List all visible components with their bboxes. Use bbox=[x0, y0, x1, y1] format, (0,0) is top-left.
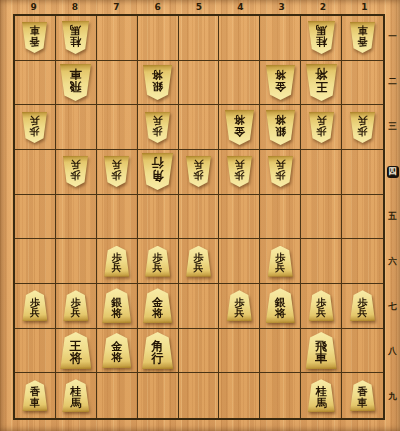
piece-wrap: 金将 bbox=[219, 105, 259, 149]
piece-kanji: 兵 bbox=[153, 115, 163, 125]
cell-8六[interactable] bbox=[56, 239, 97, 284]
cell-2六[interactable] bbox=[301, 239, 342, 284]
cell-3五[interactable] bbox=[260, 195, 301, 240]
gote-piece-歩兵[interactable]: 歩兵 bbox=[227, 156, 252, 187]
cell-9二[interactable] bbox=[15, 61, 56, 106]
piece-kanji: 歩 bbox=[193, 170, 203, 180]
piece-kanji: 歩 bbox=[275, 170, 285, 180]
cell-2四[interactable] bbox=[301, 150, 342, 195]
piece-wrap: 桂馬 bbox=[301, 16, 341, 60]
cell-8九[interactable]: 桂馬 bbox=[56, 373, 97, 418]
cell-9九[interactable]: 香車 bbox=[15, 373, 56, 418]
piece-kanji: 兵 bbox=[275, 263, 285, 273]
cell-6二[interactable]: 銀将 bbox=[138, 61, 179, 106]
piece-kanji: 金 bbox=[234, 125, 245, 136]
cell-7一[interactable] bbox=[97, 16, 138, 61]
cell-7六[interactable]: 歩兵 bbox=[97, 239, 138, 284]
gote-piece-歩兵[interactable]: 歩兵 bbox=[268, 156, 293, 187]
cell-6五[interactable] bbox=[138, 195, 179, 240]
cell-8三[interactable] bbox=[56, 105, 97, 150]
piece-wrap: 桂馬 bbox=[56, 373, 96, 418]
cell-9三[interactable]: 歩兵 bbox=[15, 105, 56, 150]
cell-9五[interactable] bbox=[15, 195, 56, 240]
piece-wrap: 桂馬 bbox=[301, 373, 341, 418]
piece-kanji: 桂 bbox=[70, 36, 81, 47]
piece-wrap: 銀将 bbox=[138, 61, 178, 105]
cell-1四[interactable] bbox=[342, 150, 383, 195]
piece-kanji: 金 bbox=[275, 80, 286, 91]
file-label-8: 8 bbox=[54, 0, 95, 14]
piece-wrap: 歩兵 bbox=[138, 105, 178, 149]
rank-label-五: 五 bbox=[385, 194, 400, 239]
piece-kanji: 歩 bbox=[234, 170, 244, 180]
sente-piece-金将[interactable]: 金将 bbox=[102, 333, 131, 368]
gote-piece-銀将[interactable]: 銀将 bbox=[266, 110, 295, 145]
piece-wrap: 歩兵 bbox=[138, 239, 178, 283]
sente-piece-香車[interactable]: 香車 bbox=[22, 380, 47, 411]
cell-5九[interactable] bbox=[179, 373, 220, 418]
cell-2七[interactable]: 歩兵 bbox=[301, 284, 342, 329]
cell-9一[interactable]: 香車 bbox=[15, 16, 56, 61]
piece-kanji: 飛 bbox=[70, 80, 82, 92]
cell-1七[interactable]: 歩兵 bbox=[342, 284, 383, 329]
piece-kanji: 車 bbox=[358, 26, 368, 36]
piece-kanji: 銀 bbox=[275, 125, 286, 136]
piece-kanji: 車 bbox=[30, 26, 40, 36]
piece-wrap: 歩兵 bbox=[342, 105, 383, 149]
piece-kanji: 兵 bbox=[71, 308, 81, 318]
file-label-4: 4 bbox=[220, 0, 261, 14]
piece-wrap: 銀将 bbox=[97, 284, 137, 328]
gote-piece-香車[interactable]: 香車 bbox=[22, 22, 47, 53]
gote-piece-歩兵[interactable]: 歩兵 bbox=[309, 112, 334, 143]
cell-1九[interactable]: 香車 bbox=[342, 373, 383, 418]
cell-8四[interactable]: 歩兵 bbox=[56, 150, 97, 195]
cell-7二[interactable] bbox=[97, 61, 138, 106]
cell-8二[interactable]: 飛車 bbox=[56, 61, 97, 106]
piece-kanji: 将 bbox=[111, 352, 122, 363]
cell-2二[interactable]: 王将 bbox=[301, 61, 342, 106]
cell-1五[interactable] bbox=[342, 195, 383, 240]
gote-piece-歩兵[interactable]: 歩兵 bbox=[104, 156, 129, 187]
sente-piece-歩兵[interactable]: 歩兵 bbox=[22, 290, 47, 321]
piece-kanji: 将 bbox=[275, 69, 286, 80]
piece-kanji: 将 bbox=[70, 352, 82, 364]
piece-kanji: 馬 bbox=[70, 25, 81, 36]
cell-2一[interactable]: 桂馬 bbox=[301, 16, 342, 61]
piece-wrap: 飛車 bbox=[56, 61, 96, 105]
piece-wrap: 王将 bbox=[56, 329, 96, 373]
piece-kanji: 歩 bbox=[358, 125, 368, 135]
sente-piece-桂馬[interactable]: 桂馬 bbox=[62, 379, 89, 412]
cell-5八[interactable] bbox=[179, 329, 220, 374]
gote-piece-銀将[interactable]: 銀将 bbox=[143, 65, 172, 100]
cell-5六[interactable]: 歩兵 bbox=[179, 239, 220, 284]
piece-kanji: 将 bbox=[315, 68, 327, 80]
rank-labels: 一二三四五六七八九 bbox=[385, 14, 400, 420]
cell-2八[interactable]: 飛車 bbox=[301, 329, 342, 374]
gote-piece-歩兵[interactable]: 歩兵 bbox=[350, 112, 375, 143]
piece-kanji: 王 bbox=[315, 80, 327, 92]
piece-kanji: 兵 bbox=[30, 115, 40, 125]
piece-wrap: 金将 bbox=[260, 61, 300, 105]
gote-piece-香車[interactable]: 香車 bbox=[350, 22, 375, 53]
piece-wrap: 歩兵 bbox=[260, 150, 300, 194]
piece-wrap: 銀将 bbox=[260, 284, 300, 328]
cell-6四[interactable]: 角行 bbox=[138, 150, 179, 195]
piece-kanji: 兵 bbox=[358, 308, 368, 318]
piece-wrap: 歩兵 bbox=[97, 239, 137, 283]
cell-6一[interactable] bbox=[138, 16, 179, 61]
piece-kanji: 兵 bbox=[275, 160, 285, 170]
cell-1八[interactable] bbox=[342, 329, 383, 374]
cell-4四[interactable]: 歩兵 bbox=[219, 150, 260, 195]
piece-wrap: 歩兵 bbox=[97, 150, 137, 194]
piece-wrap: 香車 bbox=[15, 373, 55, 418]
piece-kanji: 歩 bbox=[153, 125, 163, 135]
piece-wrap: 歩兵 bbox=[342, 284, 383, 328]
gote-piece-歩兵[interactable]: 歩兵 bbox=[145, 112, 170, 143]
rank-label-一: 一 bbox=[385, 14, 400, 59]
cell-9四[interactable] bbox=[15, 150, 56, 195]
piece-wrap: 王将 bbox=[301, 61, 341, 105]
cell-5七[interactable] bbox=[179, 284, 220, 329]
gote-piece-歩兵[interactable]: 歩兵 bbox=[186, 156, 211, 187]
sente-piece-飛車[interactable]: 飛車 bbox=[306, 332, 337, 369]
piece-wrap: 香車 bbox=[15, 16, 55, 60]
sente-piece-香車[interactable]: 香車 bbox=[350, 380, 375, 411]
piece-wrap: 香車 bbox=[342, 373, 383, 418]
cell-8八[interactable]: 王将 bbox=[56, 329, 97, 374]
piece-wrap: 歩兵 bbox=[219, 284, 259, 328]
file-label-6: 6 bbox=[137, 0, 178, 14]
piece-kanji: 兵 bbox=[234, 308, 244, 318]
rank-label-六: 六 bbox=[385, 240, 400, 285]
cell-4二[interactable] bbox=[219, 61, 260, 106]
shogi-app: 987654321 一二三四五六七八九 香車桂馬桂馬香車飛車銀将金将王将歩兵歩兵… bbox=[0, 0, 400, 431]
piece-wrap: 金将 bbox=[138, 284, 178, 328]
piece-kanji: 歩 bbox=[316, 125, 326, 135]
gote-piece-金将[interactable]: 金将 bbox=[266, 65, 295, 100]
piece-kanji: 将 bbox=[152, 69, 163, 80]
piece-wrap: 金将 bbox=[97, 329, 137, 373]
rank-label-三: 三 bbox=[385, 104, 400, 149]
gote-piece-歩兵[interactable]: 歩兵 bbox=[63, 156, 88, 187]
rank-label-四: 四 bbox=[385, 149, 400, 194]
shogi-board[interactable]: 香車桂馬桂馬香車飛車銀将金将王将歩兵歩兵金将銀将歩兵歩兵歩兵歩兵角行歩兵歩兵歩兵… bbox=[13, 14, 385, 420]
piece-kanji: 馬 bbox=[316, 398, 327, 409]
cell-3二[interactable]: 金将 bbox=[260, 61, 301, 106]
piece-wrap: 歩兵 bbox=[219, 150, 259, 194]
cell-1二[interactable] bbox=[342, 61, 383, 106]
piece-kanji: 将 bbox=[275, 114, 286, 125]
rank-label-badge: 四 bbox=[387, 166, 399, 178]
cell-4九[interactable] bbox=[219, 373, 260, 418]
file-label-1: 1 bbox=[344, 0, 385, 14]
piece-wrap: 歩兵 bbox=[179, 150, 219, 194]
sente-piece-金将[interactable]: 金将 bbox=[143, 288, 172, 323]
cell-9八[interactable] bbox=[15, 329, 56, 374]
piece-kanji: 桂 bbox=[316, 36, 327, 47]
file-label-5: 5 bbox=[178, 0, 219, 14]
piece-kanji: 行 bbox=[152, 158, 164, 170]
cell-8五[interactable] bbox=[56, 195, 97, 240]
cell-7八[interactable]: 金将 bbox=[97, 329, 138, 374]
sente-piece-銀将[interactable]: 銀将 bbox=[102, 288, 131, 323]
file-label-9: 9 bbox=[13, 0, 54, 14]
piece-wrap: 歩兵 bbox=[179, 239, 219, 283]
cell-3七[interactable]: 銀将 bbox=[260, 284, 301, 329]
sente-piece-歩兵[interactable]: 歩兵 bbox=[227, 290, 252, 321]
cell-4六[interactable] bbox=[219, 239, 260, 284]
piece-kanji: 兵 bbox=[112, 263, 122, 273]
sente-piece-歩兵[interactable]: 歩兵 bbox=[268, 246, 293, 277]
cell-4一[interactable] bbox=[219, 16, 260, 61]
cell-3六[interactable]: 歩兵 bbox=[260, 239, 301, 284]
piece-kanji: 歩 bbox=[30, 125, 40, 135]
piece-wrap: 歩兵 bbox=[15, 105, 55, 149]
cell-4七[interactable]: 歩兵 bbox=[219, 284, 260, 329]
cell-3三[interactable]: 銀将 bbox=[260, 105, 301, 150]
cell-5三[interactable] bbox=[179, 105, 220, 150]
cell-5二[interactable] bbox=[179, 61, 220, 106]
cell-5一[interactable] bbox=[179, 16, 220, 61]
cell-8一[interactable]: 桂馬 bbox=[56, 16, 97, 61]
cell-2五[interactable] bbox=[301, 195, 342, 240]
piece-kanji: 兵 bbox=[112, 160, 122, 170]
piece-kanji: 歩 bbox=[112, 170, 122, 180]
piece-kanji: 兵 bbox=[193, 263, 203, 273]
piece-kanji: 兵 bbox=[358, 115, 368, 125]
cell-8七[interactable]: 歩兵 bbox=[56, 284, 97, 329]
sente-piece-角行[interactable]: 角行 bbox=[142, 332, 173, 369]
sente-piece-歩兵[interactable]: 歩兵 bbox=[186, 246, 211, 277]
gote-piece-角行[interactable]: 角行 bbox=[142, 153, 173, 190]
cell-7五[interactable] bbox=[97, 195, 138, 240]
rank-label-八: 八 bbox=[385, 330, 400, 375]
rank-label-七: 七 bbox=[385, 285, 400, 330]
piece-kanji: 桂 bbox=[70, 386, 81, 397]
cell-9七[interactable]: 歩兵 bbox=[15, 284, 56, 329]
cell-3九[interactable] bbox=[260, 373, 301, 418]
piece-kanji: 香 bbox=[30, 36, 40, 46]
cell-6六[interactable]: 歩兵 bbox=[138, 239, 179, 284]
cell-3四[interactable]: 歩兵 bbox=[260, 150, 301, 195]
piece-wrap: 歩兵 bbox=[301, 105, 341, 149]
cell-1三[interactable]: 歩兵 bbox=[342, 105, 383, 150]
piece-wrap: 角行 bbox=[138, 329, 178, 373]
piece-kanji: 兵 bbox=[71, 160, 81, 170]
piece-wrap: 歩兵 bbox=[56, 284, 96, 328]
piece-wrap: 歩兵 bbox=[260, 239, 300, 283]
sente-piece-王将[interactable]: 王将 bbox=[60, 332, 91, 369]
sente-piece-歩兵[interactable]: 歩兵 bbox=[350, 290, 375, 321]
cell-6九[interactable] bbox=[138, 373, 179, 418]
piece-kanji: 兵 bbox=[316, 115, 326, 125]
piece-kanji: 兵 bbox=[316, 308, 326, 318]
rank-label-九: 九 bbox=[385, 375, 400, 420]
gote-piece-歩兵[interactable]: 歩兵 bbox=[22, 112, 47, 143]
piece-wrap: 香車 bbox=[342, 16, 383, 60]
cell-6八[interactable]: 角行 bbox=[138, 329, 179, 374]
piece-wrap: 歩兵 bbox=[301, 284, 341, 328]
piece-wrap: 歩兵 bbox=[56, 150, 96, 194]
cell-4八[interactable] bbox=[219, 329, 260, 374]
piece-kanji: 車 bbox=[70, 68, 82, 80]
file-label-3: 3 bbox=[261, 0, 302, 14]
cell-3八[interactable] bbox=[260, 329, 301, 374]
cell-7七[interactable]: 銀将 bbox=[97, 284, 138, 329]
cell-1六[interactable] bbox=[342, 239, 383, 284]
cell-7九[interactable] bbox=[97, 373, 138, 418]
sente-piece-歩兵[interactable]: 歩兵 bbox=[63, 290, 88, 321]
piece-kanji: 車 bbox=[358, 398, 368, 408]
cell-5四[interactable]: 歩兵 bbox=[179, 150, 220, 195]
piece-kanji: 将 bbox=[152, 308, 163, 319]
sente-piece-歩兵[interactable]: 歩兵 bbox=[104, 246, 129, 277]
piece-kanji: 車 bbox=[315, 352, 327, 364]
sente-piece-歩兵[interactable]: 歩兵 bbox=[145, 246, 170, 277]
piece-kanji: 兵 bbox=[234, 160, 244, 170]
gote-piece-飛車[interactable]: 飛車 bbox=[60, 64, 91, 101]
piece-kanji: 角 bbox=[152, 170, 164, 182]
cell-4五[interactable] bbox=[219, 195, 260, 240]
piece-kanji: 銀 bbox=[152, 80, 163, 91]
piece-kanji: 将 bbox=[111, 308, 122, 319]
cell-6三[interactable]: 歩兵 bbox=[138, 105, 179, 150]
sente-piece-歩兵[interactable]: 歩兵 bbox=[309, 290, 334, 321]
piece-kanji: 将 bbox=[234, 114, 245, 125]
cell-6七[interactable]: 金将 bbox=[138, 284, 179, 329]
cell-2九[interactable]: 桂馬 bbox=[301, 373, 342, 418]
piece-kanji: 歩 bbox=[71, 170, 81, 180]
rank-label-二: 二 bbox=[385, 59, 400, 104]
gote-piece-王将[interactable]: 王将 bbox=[306, 64, 337, 101]
gote-piece-桂馬[interactable]: 桂馬 bbox=[308, 21, 335, 54]
piece-kanji: 馬 bbox=[316, 25, 327, 36]
piece-kanji: 馬 bbox=[70, 398, 81, 409]
piece-kanji: 兵 bbox=[30, 308, 40, 318]
sente-piece-銀将[interactable]: 銀将 bbox=[266, 288, 295, 323]
gote-piece-桂馬[interactable]: 桂馬 bbox=[62, 21, 89, 54]
piece-wrap: 飛車 bbox=[301, 329, 341, 373]
cell-2三[interactable]: 歩兵 bbox=[301, 105, 342, 150]
cell-9六[interactable] bbox=[15, 239, 56, 284]
piece-kanji: 車 bbox=[30, 398, 40, 408]
piece-kanji: 将 bbox=[275, 308, 286, 319]
cell-1一[interactable]: 香車 bbox=[342, 16, 383, 61]
sente-piece-桂馬[interactable]: 桂馬 bbox=[308, 379, 335, 412]
cell-7三[interactable] bbox=[97, 105, 138, 150]
cell-5五[interactable] bbox=[179, 195, 220, 240]
cell-7四[interactable]: 歩兵 bbox=[97, 150, 138, 195]
file-labels: 987654321 bbox=[13, 0, 385, 14]
piece-wrap: 歩兵 bbox=[15, 284, 55, 328]
file-label-2: 2 bbox=[302, 0, 343, 14]
piece-kanji: 桂 bbox=[316, 386, 327, 397]
piece-kanji: 香 bbox=[358, 36, 368, 46]
piece-wrap: 銀将 bbox=[260, 105, 300, 149]
cell-4三[interactable]: 金将 bbox=[219, 105, 260, 150]
file-label-7: 7 bbox=[96, 0, 137, 14]
piece-kanji: 兵 bbox=[193, 160, 203, 170]
piece-kanji: 行 bbox=[152, 352, 164, 364]
piece-wrap: 角行 bbox=[138, 150, 178, 194]
piece-wrap: 桂馬 bbox=[56, 16, 96, 60]
gote-piece-金将[interactable]: 金将 bbox=[225, 110, 254, 145]
piece-kanji: 兵 bbox=[153, 263, 163, 273]
cell-3一[interactable] bbox=[260, 16, 301, 61]
